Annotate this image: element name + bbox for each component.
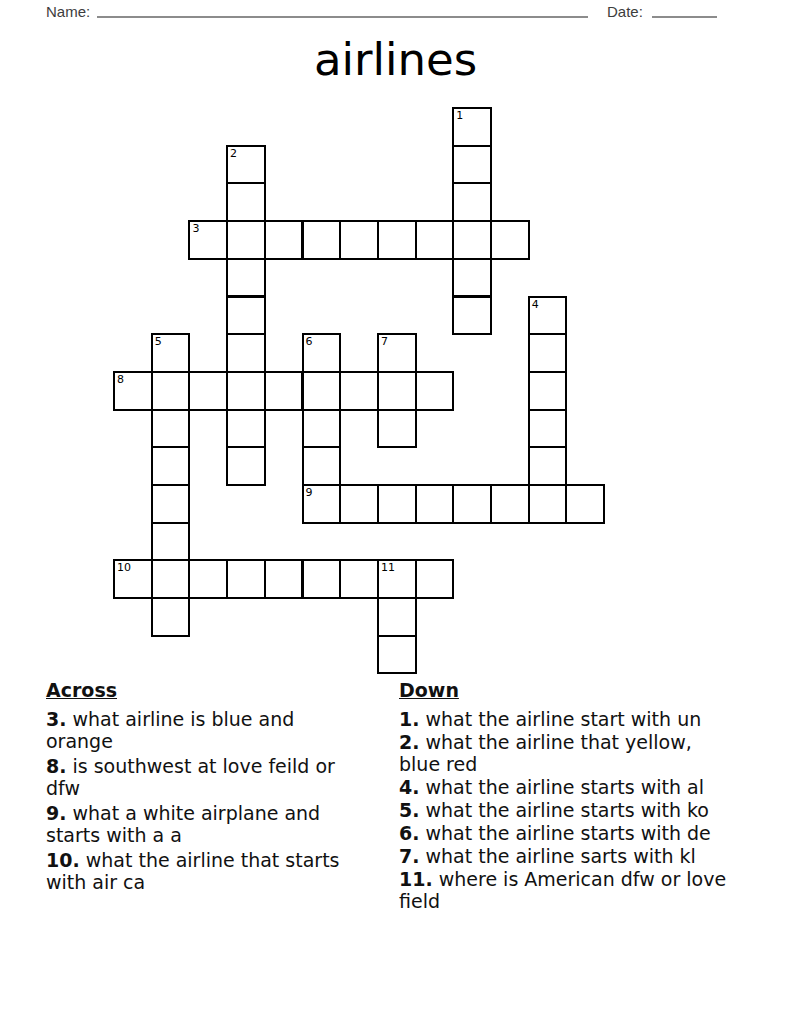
grid-cell-r4c9[interactable] [415, 220, 455, 260]
clue-down-5-line1: 5. what the airline starts with ko [399, 799, 774, 821]
clue-down-11-line1: 11. where is American dfw or love [399, 868, 774, 890]
cell-number-11: 11 [381, 561, 395, 574]
clue-down-2-line1: 2. what the airline that yellow, [399, 731, 774, 753]
grid-cell-r10c12[interactable] [528, 446, 568, 486]
grid-cell-r6c4[interactable] [226, 296, 266, 336]
clue-across-9-line2: starts with a a [46, 824, 391, 846]
date-fill-line[interactable] [652, 0, 717, 18]
grid-cell-r3c4[interactable] [226, 182, 266, 222]
cell-number-4: 4 [532, 298, 539, 311]
clue-down-2-line2: blue red [399, 753, 774, 775]
cell-number-6: 6 [306, 335, 313, 348]
grid-cell-r13c6[interactable] [302, 559, 342, 599]
crossword-grid: 1234567891011 [113, 107, 606, 675]
clue-across-10-line1: 10. what the airline that starts [46, 849, 391, 871]
clue-number: 4. [399, 776, 419, 798]
clue-across-3-line2: orange [46, 730, 391, 752]
clue-number: 9. [46, 802, 66, 824]
grid-cell-r8c2[interactable] [151, 371, 191, 411]
clue-number: 6. [399, 822, 419, 844]
grid-cell-r7c6[interactable]: 6 [302, 333, 342, 373]
grid-cell-r4c4[interactable] [226, 220, 266, 260]
grid-cell-r4c11[interactable] [490, 220, 530, 260]
clue-across-3: 3. what airline is blue andorange [46, 708, 391, 752]
clue-down-2: 2. what the airline that yellow,blue red [399, 731, 774, 775]
grid-cell-r2c4[interactable]: 2 [226, 145, 266, 185]
down-header: Down [399, 680, 774, 701]
grid-cell-r2c10[interactable] [452, 145, 492, 185]
clue-down-7: 7. what the airline sarts with kl [399, 845, 774, 867]
clue-number: 8. [46, 755, 66, 777]
grid-cell-r9c2[interactable] [151, 409, 191, 449]
down-clue-list: 1. what the airline start with un2. what… [399, 708, 774, 912]
grid-cell-r8c3[interactable] [188, 371, 228, 411]
date-label: Date: [607, 3, 643, 21]
grid-cell-r7c8[interactable]: 7 [377, 333, 417, 373]
grid-cell-r8c7[interactable] [339, 371, 379, 411]
grid-cell-r8c4[interactable] [226, 371, 266, 411]
clue-down-7-line1: 7. what the airline sarts with kl [399, 845, 774, 867]
grid-cell-r11c9[interactable] [415, 484, 455, 524]
grid-cell-r4c5[interactable] [264, 220, 304, 260]
clue-number: 3. [46, 708, 66, 730]
clue-number: 7. [399, 845, 419, 867]
cell-number-10: 10 [117, 561, 131, 574]
puzzle-title: airlines [0, 37, 791, 82]
cell-number-2: 2 [230, 147, 237, 160]
grid-cell-r4c8[interactable] [377, 220, 417, 260]
clue-down-5: 5. what the airline starts with ko [399, 799, 774, 821]
across-clue-list: 3. what airline is blue andorange8. is s… [46, 708, 391, 893]
crossword-worksheet: { "game": "crossword", "header": { "name… [0, 0, 791, 1024]
grid-cell-r14c8[interactable] [377, 597, 417, 637]
name-label: Name: [46, 3, 90, 21]
clue-across-8: 8. is southwest at love feild ordfw [46, 755, 391, 799]
grid-cell-r6c12[interactable]: 4 [528, 296, 568, 336]
grid-cell-r7c12[interactable] [528, 333, 568, 373]
clue-number: 1. [399, 708, 419, 730]
grid-cell-r4c10[interactable] [452, 220, 492, 260]
clue-across-9-line1: 9. what a white airplane and [46, 802, 391, 824]
clue-across-8-line2: dfw [46, 777, 391, 799]
clue-across-10-line2: with air ca [46, 871, 391, 893]
grid-cell-r7c2[interactable]: 5 [151, 333, 191, 373]
grid-cell-r13c5[interactable] [264, 559, 304, 599]
grid-cell-r11c10[interactable] [452, 484, 492, 524]
grid-cell-r9c8[interactable] [377, 409, 417, 449]
grid-cell-r4c6[interactable] [302, 220, 342, 260]
grid-cell-r9c12[interactable] [528, 409, 568, 449]
grid-cell-r4c7[interactable] [339, 220, 379, 260]
clue-down-4: 4. what the airline starts with al [399, 776, 774, 798]
grid-cell-r10c2[interactable] [151, 446, 191, 486]
cell-number-8: 8 [117, 373, 124, 386]
grid-cell-r11c6[interactable]: 9 [302, 484, 342, 524]
clue-number: 10. [46, 849, 80, 871]
grid-cell-r8c8[interactable] [377, 371, 417, 411]
grid-cell-r8c6[interactable] [302, 371, 342, 411]
name-fill-line[interactable] [97, 0, 588, 18]
clue-down-11: 11. where is American dfw or lovefield [399, 868, 774, 912]
grid-cell-r11c12[interactable] [528, 484, 568, 524]
grid-cell-r13c3[interactable] [188, 559, 228, 599]
cell-number-1: 1 [456, 109, 463, 122]
grid-cell-r4c3[interactable]: 3 [188, 220, 228, 260]
grid-cell-r8c1[interactable]: 8 [113, 371, 153, 411]
clue-down-6-line1: 6. what the airline starts with de [399, 822, 774, 844]
clue-across-3-line1: 3. what airline is blue and [46, 708, 391, 730]
grid-cell-r8c12[interactable] [528, 371, 568, 411]
grid-cell-r8c9[interactable] [415, 371, 455, 411]
clue-down-1-line1: 1. what the airline start with un [399, 708, 774, 730]
grid-cell-r15c8[interactable] [377, 635, 417, 675]
grid-cell-r5c4[interactable] [226, 258, 266, 298]
grid-cell-r12c2[interactable] [151, 522, 191, 562]
cell-number-7: 7 [381, 335, 388, 348]
grid-cell-r11c11[interactable] [490, 484, 530, 524]
grid-cell-r7c4[interactable] [226, 333, 266, 373]
grid-cell-r13c8[interactable]: 11 [377, 559, 417, 599]
grid-cell-r13c4[interactable] [226, 559, 266, 599]
grid-cell-r11c7[interactable] [339, 484, 379, 524]
clue-number: 2. [399, 731, 419, 753]
clue-down-1: 1. what the airline start with un [399, 708, 774, 730]
cell-number-5: 5 [155, 335, 162, 348]
grid-cell-r13c2[interactable] [151, 559, 191, 599]
grid-cell-r13c9[interactable] [415, 559, 455, 599]
grid-cell-r10c4[interactable] [226, 446, 266, 486]
grid-cell-r13c1[interactable]: 10 [113, 559, 153, 599]
cell-number-9: 9 [306, 486, 313, 499]
down-clues-section: Down 1. what the airline start with un2.… [399, 680, 774, 913]
grid-cell-r11c13[interactable] [565, 484, 605, 524]
across-header: Across [46, 680, 391, 701]
clue-down-6: 6. what the airline starts with de [399, 822, 774, 844]
grid-cell-r14c2[interactable] [151, 597, 191, 637]
grid-cell-r9c4[interactable] [226, 409, 266, 449]
clue-down-4-line1: 4. what the airline starts with al [399, 776, 774, 798]
grid-cell-r13c7[interactable] [339, 559, 379, 599]
clue-across-10: 10. what the airline that startswith air… [46, 849, 391, 893]
clue-down-11-line2: field [399, 890, 774, 912]
grid-cell-r10c6[interactable] [302, 446, 342, 486]
clue-across-8-line1: 8. is southwest at love feild or [46, 755, 391, 777]
clue-number: 5. [399, 799, 419, 821]
grid-cell-r11c8[interactable] [377, 484, 417, 524]
cell-number-3: 3 [192, 222, 199, 235]
grid-cell-r5c10[interactable] [452, 258, 492, 298]
grid-cell-r1c10[interactable]: 1 [452, 107, 492, 147]
grid-cell-r8c5[interactable] [264, 371, 304, 411]
clue-across-9: 9. what a white airplane andstarts with … [46, 802, 391, 846]
grid-cell-r6c10[interactable] [452, 296, 492, 336]
clue-number: 11. [399, 868, 433, 890]
grid-cell-r11c2[interactable] [151, 484, 191, 524]
grid-cell-r3c10[interactable] [452, 182, 492, 222]
grid-cell-r9c6[interactable] [302, 409, 342, 449]
across-clues-section: Across 3. what airline is blue andorange… [46, 680, 391, 896]
